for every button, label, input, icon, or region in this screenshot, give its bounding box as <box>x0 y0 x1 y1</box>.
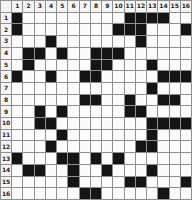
white-cell-r16c15[interactable] <box>170 188 180 199</box>
row-label-4: 4 <box>1 48 11 59</box>
white-cell-r14c14[interactable] <box>158 165 168 176</box>
white-cell-r2c7[interactable] <box>80 24 90 35</box>
white-cell-r5c15[interactable] <box>170 60 180 71</box>
row-label-13: 13 <box>1 153 11 164</box>
black-cell-r2c1 <box>12 24 22 35</box>
white-cell-r1c16[interactable] <box>181 13 191 24</box>
black-cell-r14c9 <box>102 165 112 176</box>
white-cell-r2c2[interactable] <box>23 24 33 35</box>
white-cell-r11c10[interactable] <box>113 130 123 141</box>
black-cell-r9c5 <box>57 106 67 117</box>
white-cell-r11c15[interactable] <box>170 130 180 141</box>
black-cell-r10c13 <box>147 118 157 129</box>
white-cell-r14c16[interactable] <box>181 165 191 176</box>
white-cell-r6c2[interactable] <box>23 71 33 82</box>
white-cell-r16c2[interactable] <box>23 188 33 199</box>
white-cell-r9c16[interactable] <box>181 106 191 117</box>
white-cell-r6c9[interactable] <box>102 71 112 82</box>
white-cell-r14c4[interactable] <box>46 165 56 176</box>
black-cell-r1c13 <box>147 13 157 24</box>
col-label-13: 13 <box>147 1 157 12</box>
white-cell-r4c6[interactable] <box>68 48 78 59</box>
row-label-11: 11 <box>1 130 11 141</box>
white-cell-r10c5[interactable] <box>57 118 67 129</box>
white-cell-r9c7[interactable] <box>80 106 90 117</box>
white-cell-r1c9[interactable] <box>102 13 112 24</box>
white-cell-r16c12[interactable] <box>136 188 146 199</box>
col-label-7: 7 <box>80 1 90 12</box>
white-cell-r9c13[interactable] <box>147 106 157 117</box>
white-cell-r11c2[interactable] <box>23 130 33 141</box>
white-cell-r8c10[interactable] <box>113 95 123 106</box>
white-cell-r6c3[interactable] <box>35 71 45 82</box>
black-cell-r4c3 <box>35 48 45 59</box>
white-cell-r8c5[interactable] <box>57 95 67 106</box>
white-cell-r16c13[interactable] <box>147 188 157 199</box>
col-label-1: 1 <box>12 1 22 12</box>
white-cell-r14c10[interactable] <box>113 165 123 176</box>
white-cell-r11c3[interactable] <box>35 130 45 141</box>
white-cell-r16c16[interactable] <box>181 188 191 199</box>
white-cell-r16c9[interactable] <box>102 188 112 199</box>
col-label-16: 16 <box>181 1 191 12</box>
black-cell-r1c11 <box>125 13 135 24</box>
white-cell-r16c1[interactable] <box>12 188 22 199</box>
white-cell-r16c3[interactable] <box>35 188 45 199</box>
white-cell-r3c7[interactable] <box>80 36 90 47</box>
white-cell-r9c2[interactable] <box>23 106 33 117</box>
white-cell-r6c6[interactable] <box>68 71 78 82</box>
white-cell-r4c4[interactable] <box>46 48 56 59</box>
white-cell-r9c4[interactable] <box>46 106 56 117</box>
black-cell-r13c6 <box>68 153 78 164</box>
white-cell-r9c14[interactable] <box>158 106 168 117</box>
black-cell-r3c4 <box>46 36 56 47</box>
white-cell-r1c8[interactable] <box>91 13 101 24</box>
white-cell-r3c13[interactable] <box>147 36 157 47</box>
white-cell-r4c7[interactable] <box>80 48 90 59</box>
white-cell-r2c15[interactable] <box>170 24 180 35</box>
black-cell-r12c4 <box>46 141 56 152</box>
row-label-10: 10 <box>1 118 11 129</box>
white-cell-r16c5[interactable] <box>57 188 67 199</box>
row-label-14: 14 <box>1 165 11 176</box>
white-cell-r15c13[interactable] <box>147 177 157 188</box>
white-cell-r11c14[interactable] <box>158 130 168 141</box>
col-label-11: 11 <box>125 1 135 12</box>
white-cell-r12c11[interactable] <box>125 141 135 152</box>
black-cell-r10c15 <box>170 118 180 129</box>
white-cell-r13c7[interactable] <box>80 153 90 164</box>
black-cell-r6c4 <box>46 71 56 82</box>
col-label-15: 15 <box>170 1 180 12</box>
black-cell-r1c1 <box>12 13 22 24</box>
white-cell-r2c9[interactable] <box>102 24 112 35</box>
white-cell-r9c6[interactable] <box>68 106 78 117</box>
white-cell-r7c14[interactable] <box>158 83 168 94</box>
col-label-14: 14 <box>158 1 168 12</box>
white-cell-r5c14[interactable] <box>158 60 168 71</box>
black-cell-r11c13 <box>147 130 157 141</box>
white-cell-r12c8[interactable] <box>91 141 101 152</box>
white-cell-r7c10[interactable] <box>113 83 123 94</box>
white-cell-r8c12[interactable] <box>136 95 146 106</box>
black-cell-r13c5 <box>57 153 67 164</box>
white-cell-r13c12[interactable] <box>136 153 146 164</box>
black-cell-r16c14 <box>158 188 168 199</box>
black-cell-r14c3 <box>35 165 45 176</box>
col-label-10: 10 <box>113 1 123 12</box>
row-label-9: 9 <box>1 106 11 117</box>
white-cell-r13c3[interactable] <box>35 153 45 164</box>
white-cell-r5c3[interactable] <box>35 60 45 71</box>
white-cell-r10c2[interactable] <box>23 118 33 129</box>
white-cell-r12c5[interactable] <box>57 141 67 152</box>
white-cell-r7c4[interactable] <box>46 83 56 94</box>
col-label-5: 5 <box>57 1 67 12</box>
black-cell-r2c12 <box>136 24 146 35</box>
black-cell-r15c11 <box>125 177 135 188</box>
white-cell-r8c9[interactable] <box>102 95 112 106</box>
white-cell-r3c3[interactable] <box>35 36 45 47</box>
white-cell-r5c7[interactable] <box>80 60 90 71</box>
white-cell-r14c15[interactable] <box>170 165 180 176</box>
white-cell-r5c5[interactable] <box>57 60 67 71</box>
white-cell-r8c4[interactable] <box>46 95 56 106</box>
white-cell-r13c15[interactable] <box>170 153 180 164</box>
black-cell-r15c16 <box>181 177 191 188</box>
black-cell-r8c7 <box>80 95 90 106</box>
black-cell-r4c8 <box>91 48 101 59</box>
black-cell-r12c12 <box>136 141 146 152</box>
white-cell-r12c7[interactable] <box>80 141 90 152</box>
row-label-5: 5 <box>1 60 11 71</box>
white-cell-r15c5[interactable] <box>57 177 67 188</box>
white-cell-r6c10[interactable] <box>113 71 123 82</box>
white-cell-r4c15[interactable] <box>170 48 180 59</box>
white-cell-r5c11[interactable] <box>125 60 135 71</box>
white-cell-r8c13[interactable] <box>147 95 157 106</box>
black-cell-r3c12 <box>136 36 146 47</box>
black-cell-r10c16 <box>181 118 191 129</box>
white-cell-r3c8[interactable] <box>91 36 101 47</box>
black-cell-r14c6 <box>68 165 78 176</box>
white-cell-r3c2[interactable] <box>23 36 33 47</box>
white-cell-r9c15[interactable] <box>170 106 180 117</box>
white-cell-r12c10[interactable] <box>113 141 123 152</box>
white-cell-r10c9[interactable] <box>102 118 112 129</box>
white-cell-r2c4[interactable] <box>46 24 56 35</box>
white-cell-r13c11[interactable] <box>125 153 135 164</box>
black-cell-r4c5 <box>57 48 67 59</box>
black-cell-r11c5 <box>57 130 67 141</box>
black-cell-r10c14 <box>158 118 168 129</box>
white-cell-r3c9[interactable] <box>102 36 112 47</box>
white-cell-r15c7[interactable] <box>80 177 90 188</box>
white-cell-r7c15[interactable] <box>170 83 180 94</box>
white-cell-r10c1[interactable] <box>12 118 22 129</box>
black-cell-r2c16 <box>181 24 191 35</box>
white-cell-r6c5[interactable] <box>57 71 67 82</box>
corner-cell <box>1 1 11 12</box>
black-cell-r9c12 <box>136 106 146 117</box>
black-cell-r4c10 <box>113 48 123 59</box>
white-cell-r10c8[interactable] <box>91 118 101 129</box>
white-cell-r5c12[interactable] <box>136 60 146 71</box>
white-cell-r3c16[interactable] <box>181 36 191 47</box>
white-cell-r7c3[interactable] <box>35 83 45 94</box>
white-cell-r12c1[interactable] <box>12 141 22 152</box>
white-cell-r12c6[interactable] <box>68 141 78 152</box>
black-cell-r2c10 <box>113 24 123 35</box>
white-cell-r11c6[interactable] <box>68 130 78 141</box>
white-cell-r7c2[interactable] <box>23 83 33 94</box>
row-label-16: 16 <box>1 188 11 199</box>
white-cell-r5c1[interactable] <box>12 60 22 71</box>
white-cell-r12c15[interactable] <box>170 141 180 152</box>
col-label-9: 9 <box>102 1 112 12</box>
white-cell-r2c8[interactable] <box>91 24 101 35</box>
black-cell-r6c14 <box>158 71 168 82</box>
white-cell-r10c11[interactable] <box>125 118 135 129</box>
white-cell-r15c1[interactable] <box>12 177 22 188</box>
white-cell-r8c2[interactable] <box>23 95 33 106</box>
white-cell-r3c5[interactable] <box>57 36 67 47</box>
white-cell-r1c4[interactable] <box>46 13 56 24</box>
white-cell-r5c16[interactable] <box>181 60 191 71</box>
white-cell-r14c12[interactable] <box>136 165 146 176</box>
black-cell-r4c9 <box>102 48 112 59</box>
white-cell-r15c2[interactable] <box>23 177 33 188</box>
col-label-3: 3 <box>35 1 45 12</box>
white-cell-r4c16[interactable] <box>181 48 191 59</box>
row-label-2: 2 <box>1 24 11 35</box>
white-cell-r14c11[interactable] <box>125 165 135 176</box>
white-cell-r3c15[interactable] <box>170 36 180 47</box>
black-cell-r6c16 <box>181 71 191 82</box>
row-label-7: 7 <box>1 83 11 94</box>
white-cell-r9c8[interactable] <box>91 106 101 117</box>
white-cell-r2c14[interactable] <box>158 24 168 35</box>
white-cell-r7c12[interactable] <box>136 83 146 94</box>
black-cell-r2c11 <box>125 24 135 35</box>
white-cell-r8c6[interactable] <box>68 95 78 106</box>
white-cell-r11c9[interactable] <box>102 130 112 141</box>
white-cell-r1c5[interactable] <box>57 13 67 24</box>
white-cell-r7c5[interactable] <box>57 83 67 94</box>
white-cell-r3c10[interactable] <box>113 36 123 47</box>
white-cell-r4c13[interactable] <box>147 48 157 59</box>
white-cell-r6c12[interactable] <box>136 71 146 82</box>
black-cell-r7c13 <box>147 83 157 94</box>
white-cell-r14c8[interactable] <box>91 165 101 176</box>
crossword-grid: 1234567891011121314151612345678910111213… <box>0 0 192 200</box>
white-cell-r2c5[interactable] <box>57 24 67 35</box>
white-cell-r1c7[interactable] <box>80 13 90 24</box>
white-cell-r6c11[interactable] <box>125 71 135 82</box>
black-cell-r5c13 <box>147 60 157 71</box>
white-cell-r7c6[interactable] <box>68 83 78 94</box>
black-cell-r8c15 <box>170 95 180 106</box>
row-label-1: 1 <box>1 13 11 24</box>
row-label-8: 8 <box>1 95 11 106</box>
white-cell-r13c14[interactable] <box>158 153 168 164</box>
white-cell-r12c2[interactable] <box>23 141 33 152</box>
black-cell-r4c2 <box>23 48 33 59</box>
white-cell-r13c4[interactable] <box>46 153 56 164</box>
white-cell-r13c13[interactable] <box>147 153 157 164</box>
white-cell-r11c1[interactable] <box>12 130 22 141</box>
white-cell-r14c7[interactable] <box>80 165 90 176</box>
black-cell-r6c1 <box>12 71 22 82</box>
white-cell-r10c6[interactable] <box>68 118 78 129</box>
white-cell-r7c1[interactable] <box>12 83 22 94</box>
black-cell-r8c11 <box>125 95 135 106</box>
black-cell-r15c12 <box>136 177 146 188</box>
white-cell-r14c1[interactable] <box>12 165 22 176</box>
white-cell-r5c10[interactable] <box>113 60 123 71</box>
white-cell-r1c15[interactable] <box>170 13 180 24</box>
white-cell-r16c4[interactable] <box>46 188 56 199</box>
col-label-12: 12 <box>136 1 146 12</box>
black-cell-r9c11 <box>125 106 135 117</box>
black-cell-r6c15 <box>170 71 180 82</box>
black-cell-r5c8 <box>91 60 101 71</box>
black-cell-r10c4 <box>46 118 56 129</box>
black-cell-r15c6 <box>68 177 78 188</box>
white-cell-r15c4[interactable] <box>46 177 56 188</box>
white-cell-r7c11[interactable] <box>125 83 135 94</box>
white-cell-r4c1[interactable] <box>12 48 22 59</box>
white-cell-r4c14[interactable] <box>158 48 168 59</box>
black-cell-r5c2 <box>23 60 33 71</box>
white-cell-r15c9[interactable] <box>102 177 112 188</box>
col-label-6: 6 <box>68 1 78 12</box>
white-cell-r3c1[interactable] <box>12 36 22 47</box>
black-cell-r10c3 <box>35 118 45 129</box>
col-label-8: 8 <box>91 1 101 12</box>
white-cell-r4c11[interactable] <box>125 48 135 59</box>
col-label-2: 2 <box>23 1 33 12</box>
black-cell-r8c8 <box>91 95 101 106</box>
white-cell-r14c5[interactable] <box>57 165 67 176</box>
white-cell-r13c2[interactable] <box>23 153 33 164</box>
white-cell-r11c12[interactable] <box>136 130 146 141</box>
row-label-15: 15 <box>1 177 11 188</box>
white-cell-r1c6[interactable] <box>68 13 78 24</box>
black-cell-r9c3 <box>35 106 45 117</box>
white-cell-r16c6[interactable] <box>68 188 78 199</box>
white-cell-r4c12[interactable] <box>136 48 146 59</box>
white-cell-r5c4[interactable] <box>46 60 56 71</box>
white-cell-r7c8[interactable] <box>91 83 101 94</box>
white-cell-r3c14[interactable] <box>158 36 168 47</box>
white-cell-r11c8[interactable] <box>91 130 101 141</box>
white-cell-r12c14[interactable] <box>158 141 168 152</box>
white-cell-r13c9[interactable] <box>102 153 112 164</box>
black-cell-r16c8 <box>91 188 101 199</box>
white-cell-r7c9[interactable] <box>102 83 112 94</box>
white-cell-r8c3[interactable] <box>35 95 45 106</box>
row-label-3: 3 <box>1 36 11 47</box>
white-cell-r1c10[interactable] <box>113 13 123 24</box>
col-label-4: 4 <box>46 1 56 12</box>
white-cell-r1c2[interactable] <box>23 13 33 24</box>
white-cell-r16c10[interactable] <box>113 188 123 199</box>
white-cell-r15c3[interactable] <box>35 177 45 188</box>
row-label-12: 12 <box>1 141 11 152</box>
white-cell-r10c12[interactable] <box>136 118 146 129</box>
black-cell-r14c2 <box>23 165 33 176</box>
black-cell-r1c12 <box>136 13 146 24</box>
white-cell-r15c8[interactable] <box>91 177 101 188</box>
white-cell-r10c10[interactable] <box>113 118 123 129</box>
white-cell-r5c6[interactable] <box>68 60 78 71</box>
white-cell-r2c13[interactable] <box>147 24 157 35</box>
black-cell-r5c9 <box>102 60 112 71</box>
white-cell-r9c9[interactable] <box>102 106 112 117</box>
white-cell-r15c10[interactable] <box>113 177 123 188</box>
black-cell-r14c13 <box>147 165 157 176</box>
white-cell-r6c13[interactable] <box>147 71 157 82</box>
black-cell-r13c8 <box>91 153 101 164</box>
white-cell-r12c16[interactable] <box>181 141 191 152</box>
black-cell-r13c1 <box>12 153 22 164</box>
black-cell-r13c10 <box>113 153 123 164</box>
white-cell-r8c1[interactable] <box>12 95 22 106</box>
white-cell-r11c11[interactable] <box>125 130 135 141</box>
white-cell-r7c16[interactable] <box>181 83 191 94</box>
white-cell-r15c14[interactable] <box>158 177 168 188</box>
white-cell-r2c6[interactable] <box>68 24 78 35</box>
white-cell-r7c7[interactable] <box>80 83 90 94</box>
white-cell-r8c16[interactable] <box>181 95 191 106</box>
white-cell-r9c1[interactable] <box>12 106 22 117</box>
white-cell-r13c16[interactable] <box>181 153 191 164</box>
black-cell-r6c8 <box>91 71 101 82</box>
white-cell-r3c11[interactable] <box>125 36 135 47</box>
white-cell-r10c7[interactable] <box>80 118 90 129</box>
white-cell-r3c6[interactable] <box>68 36 78 47</box>
row-label-6: 6 <box>1 71 11 82</box>
white-cell-r9c10[interactable] <box>113 106 123 117</box>
black-cell-r16c7 <box>80 188 90 199</box>
white-cell-r12c9[interactable] <box>102 141 112 152</box>
white-cell-r12c3[interactable] <box>35 141 45 152</box>
white-cell-r2c3[interactable] <box>35 24 45 35</box>
black-cell-r1c14 <box>158 13 168 24</box>
white-cell-r11c7[interactable] <box>80 130 90 141</box>
black-cell-r8c14 <box>158 95 168 106</box>
white-cell-r11c4[interactable] <box>46 130 56 141</box>
white-cell-r1c3[interactable] <box>35 13 45 24</box>
white-cell-r16c11[interactable] <box>125 188 135 199</box>
white-cell-r15c15[interactable] <box>170 177 180 188</box>
black-cell-r6c7 <box>80 71 90 82</box>
black-cell-r12c13 <box>147 141 157 152</box>
white-cell-r11c16[interactable] <box>181 130 191 141</box>
